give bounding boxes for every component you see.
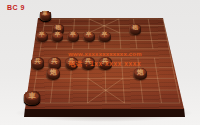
piece-character: 炮 [50, 68, 57, 75]
piece-red-p[interactable]: 兵 [98, 57, 112, 69]
piece-red-p[interactable]: 兵 [65, 57, 79, 69]
piece-red-r[interactable]: 車 [24, 91, 40, 105]
piece-top-face: 兵 [48, 58, 60, 65]
piece-top-face: 卒 [99, 32, 110, 38]
piece-black-r[interactable]: 車 [40, 11, 51, 21]
piece-black-p[interactable]: 卒 [83, 32, 95, 43]
piece-character: 兵 [85, 58, 91, 64]
piece-character: 卒 [86, 32, 92, 38]
piece-character: 兵 [51, 58, 57, 64]
piece-character: 炮 [137, 68, 144, 75]
piece-top-face: 卒 [83, 32, 94, 38]
piece-top-face: 炮 [47, 68, 60, 76]
piece-top-face: 炮 [134, 68, 147, 76]
piece-red-c[interactable]: 炮 [133, 68, 147, 81]
piece-top-face: 砲 [53, 25, 63, 30]
piece-character: 兵 [34, 58, 40, 64]
piece-top-face: 卒 [52, 32, 63, 38]
piece-top-face: 車 [40, 12, 49, 17]
piece-top-face: 兵 [82, 58, 94, 65]
piece-red-p[interactable]: 兵 [31, 57, 45, 69]
piece-black-p[interactable]: 卒 [51, 32, 63, 43]
piece-top-face: 車 [25, 92, 39, 101]
piece-black-p[interactable]: 卒 [98, 32, 110, 43]
piece-character: 兵 [68, 58, 74, 64]
piece-character: 砲 [56, 25, 61, 30]
piece-top-face: 砲 [130, 25, 140, 30]
piece-top-face: 兵 [99, 58, 111, 65]
piece-top-face: 卒 [68, 32, 79, 38]
piece-character: 卒 [102, 32, 108, 38]
photo-scene: BC 9 車馬象士將士象馬車砲砲卒卒卒卒卒兵兵兵兵兵炮炮車馬相仕帥仕相馬車 ww… [0, 0, 200, 125]
piece-black-p[interactable]: 卒 [67, 32, 79, 43]
piece-top-face: 卒 [36, 32, 47, 38]
piece-character: 兵 [102, 58, 108, 64]
piece-black-c[interactable]: 砲 [129, 24, 141, 35]
piece-character: 卒 [39, 32, 45, 38]
piece-top-face: 兵 [31, 58, 43, 65]
piece-character: 卒 [70, 32, 76, 38]
piece-red-p[interactable]: 兵 [81, 57, 95, 69]
piece-character: 卒 [55, 32, 61, 38]
piece-red-c[interactable]: 炮 [46, 68, 60, 81]
pieces-layer: 車馬象士將士象馬車砲砲卒卒卒卒卒兵兵兵兵兵炮炮車馬相仕帥仕相馬車 [0, 0, 200, 125]
piece-character: 砲 [132, 25, 137, 30]
piece-character: 車 [43, 11, 48, 16]
piece-character: 車 [28, 92, 35, 99]
piece-top-face: 兵 [65, 58, 77, 65]
photo-id-label: BC 9 [7, 4, 25, 11]
piece-black-p[interactable]: 卒 [36, 32, 48, 43]
